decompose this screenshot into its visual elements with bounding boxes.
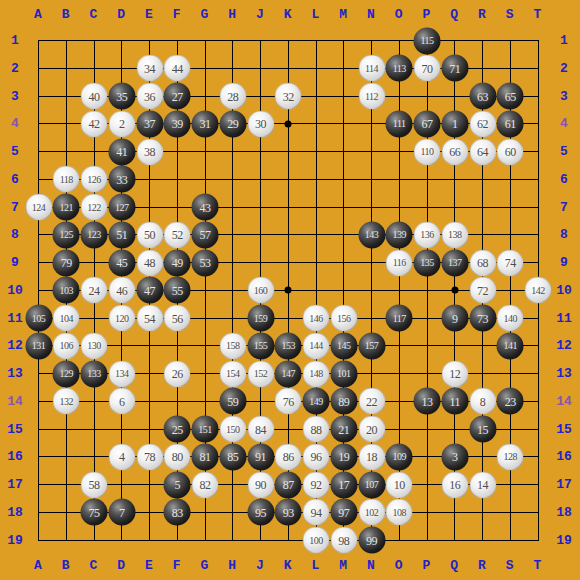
stone-white-12-Q13[interactable]: 12	[441, 360, 468, 387]
stone-black-11-Q14[interactable]: 11	[441, 388, 468, 415]
col-label-top-L: L	[312, 7, 320, 22]
stone-black-159-J11[interactable]: 159	[247, 305, 274, 332]
stone-move-number: 35	[116, 90, 127, 102]
stone-move-number: 140	[504, 313, 518, 323]
row-label-right-16: 16	[556, 449, 572, 464]
stone-move-number: 123	[87, 230, 101, 240]
stone-white-52-F8[interactable]: 52	[164, 221, 191, 248]
row-label-left-19: 19	[7, 532, 23, 547]
stone-black-133-C13[interactable]: 133	[81, 360, 108, 387]
stone-white-156-M11[interactable]: 156	[330, 305, 357, 332]
stone-black-123-C8[interactable]: 123	[81, 221, 108, 248]
stone-black-63-R3[interactable]: 63	[469, 83, 496, 110]
stone-black-65-S3[interactable]: 65	[497, 83, 524, 110]
stone-black-85-H16[interactable]: 85	[219, 443, 246, 470]
stone-move-number: 25	[172, 423, 183, 435]
stone-black-55-F10[interactable]: 55	[164, 277, 191, 304]
col-label-top-D: D	[117, 7, 125, 22]
stone-white-76-K14[interactable]: 76	[275, 388, 302, 415]
stone-black-41-D5[interactable]: 41	[108, 138, 135, 165]
col-label-top-J: J	[256, 7, 264, 22]
stone-black-101-M13[interactable]: 101	[330, 360, 357, 387]
stone-black-61-S4[interactable]: 61	[497, 110, 524, 137]
stone-black-115-P1[interactable]: 115	[414, 27, 441, 54]
stone-white-66-Q5[interactable]: 66	[441, 138, 468, 165]
stone-white-138-Q8[interactable]: 138	[441, 221, 468, 248]
stone-move-number: 53	[200, 257, 211, 269]
stone-black-137-Q9[interactable]: 137	[441, 249, 468, 276]
stone-move-number: 58	[89, 479, 100, 491]
stone-white-26-F13[interactable]: 26	[164, 360, 191, 387]
stone-black-83-F18[interactable]: 83	[164, 499, 191, 526]
stone-move-number: 89	[338, 395, 349, 407]
stone-move-number: 11	[449, 395, 460, 407]
stone-move-number: 83	[172, 506, 183, 518]
stone-black-43-G7[interactable]: 43	[192, 194, 219, 221]
stone-move-number: 159	[254, 313, 268, 323]
stone-black-97-M18[interactable]: 97	[330, 499, 357, 526]
stone-move-number: 105	[32, 313, 46, 323]
stone-move-number: 114	[365, 63, 378, 73]
stone-white-28-H3[interactable]: 28	[219, 83, 246, 110]
stone-move-number: 10	[394, 479, 405, 491]
stone-black-25-F15[interactable]: 25	[164, 416, 191, 443]
stone-white-50-E8[interactable]: 50	[136, 221, 163, 248]
stone-move-number: 75	[89, 506, 100, 518]
row-label-left-7: 7	[11, 199, 19, 214]
stone-black-37-E4[interactable]: 37	[136, 110, 163, 137]
stone-move-number: 108	[393, 507, 407, 517]
stone-black-157-N12[interactable]: 157	[358, 332, 385, 359]
stone-move-number: 8	[480, 395, 486, 407]
col-label-top-S: S	[506, 7, 514, 22]
stone-black-89-M14[interactable]: 89	[330, 388, 357, 415]
stone-move-number: 5	[175, 479, 181, 491]
stone-move-number: 134	[115, 369, 129, 379]
stone-white-132-B14[interactable]: 132	[53, 388, 80, 415]
stone-white-148-L13[interactable]: 148	[303, 360, 330, 387]
stone-black-57-G8[interactable]: 57	[192, 221, 219, 248]
stone-black-19-M16[interactable]: 19	[330, 443, 357, 470]
stone-move-number: 102	[365, 507, 379, 517]
stone-black-73-R11[interactable]: 73	[469, 305, 496, 332]
stone-move-number: 56	[172, 312, 183, 324]
stone-move-number: 27	[172, 90, 183, 102]
stone-move-number: 59	[227, 395, 238, 407]
row-label-right-2: 2	[560, 60, 568, 75]
stone-white-80-F16[interactable]: 80	[164, 443, 191, 470]
stone-move-number: 111	[393, 119, 406, 129]
stone-move-number: 16	[449, 479, 460, 491]
stone-black-75-C18[interactable]: 75	[81, 499, 108, 526]
stone-black-109-O16[interactable]: 109	[386, 443, 413, 470]
stone-black-33-D6[interactable]: 33	[108, 166, 135, 193]
stone-move-number: 55	[172, 284, 183, 296]
stone-white-62-R4[interactable]: 62	[469, 110, 496, 137]
stone-move-number: 125	[60, 230, 74, 240]
stone-black-27-F3[interactable]: 27	[164, 83, 191, 110]
stone-white-38-E5[interactable]: 38	[136, 138, 163, 165]
stone-black-59-H14[interactable]: 59	[219, 388, 246, 415]
stone-white-60-S5[interactable]: 60	[497, 138, 524, 165]
stone-black-9-Q11[interactable]: 9	[441, 305, 468, 332]
stone-move-number: 95	[255, 506, 266, 518]
row-label-right-6: 6	[560, 171, 568, 186]
row-label-left-18: 18	[7, 504, 23, 519]
go-board-diagram: ABCDEFGHJKLMNOPQRST ABCDEFGHJKLMNOPQRST …	[0, 0, 580, 580]
col-label-top-N: N	[367, 7, 375, 22]
stone-white-128-S16[interactable]: 128	[497, 443, 524, 470]
stone-move-number: 32	[283, 90, 294, 102]
stone-white-108-O18[interactable]: 108	[386, 499, 413, 526]
stone-move-number: 149	[309, 396, 323, 406]
stone-white-84-J15[interactable]: 84	[247, 416, 274, 443]
stone-move-number: 9	[452, 312, 458, 324]
stone-white-106-B12[interactable]: 106	[53, 332, 80, 359]
stone-white-44-F2[interactable]: 44	[164, 55, 191, 82]
stone-white-40-C3[interactable]: 40	[81, 83, 108, 110]
stone-white-58-C17[interactable]: 58	[81, 471, 108, 498]
stone-black-67-P4[interactable]: 67	[414, 110, 441, 137]
stone-white-140-S11[interactable]: 140	[497, 305, 524, 332]
row-label-right-13: 13	[556, 366, 572, 381]
stone-move-number: 43	[200, 201, 211, 213]
stone-move-number: 14	[477, 479, 488, 491]
stone-move-number: 57	[200, 229, 211, 241]
stone-move-number: 62	[477, 118, 488, 130]
stone-move-number: 65	[505, 90, 516, 102]
stone-black-111-O4[interactable]: 111	[386, 110, 413, 137]
stone-white-20-N15[interactable]: 20	[358, 416, 385, 443]
stone-black-145-M12[interactable]: 145	[330, 332, 357, 359]
stone-black-147-K13[interactable]: 147	[275, 360, 302, 387]
stone-move-number: 1	[452, 118, 458, 130]
col-label-bottom-P: P	[423, 558, 431, 573]
stone-move-number: 18	[366, 451, 377, 463]
row-label-left-5: 5	[11, 144, 19, 159]
stone-move-number: 146	[309, 313, 323, 323]
stone-move-number: 129	[60, 369, 74, 379]
stone-white-34-E2[interactable]: 34	[136, 55, 163, 82]
stone-black-87-K17[interactable]: 87	[275, 471, 302, 498]
col-label-bottom-F: F	[173, 558, 181, 573]
stone-black-151-G15[interactable]: 151	[192, 416, 219, 443]
row-label-left-10: 10	[7, 282, 23, 297]
stone-move-number: 50	[144, 229, 155, 241]
stone-move-number: 154	[226, 369, 240, 379]
row-label-left-3: 3	[11, 88, 19, 103]
stone-move-number: 93	[283, 506, 294, 518]
stone-white-30-J4[interactable]: 30	[247, 110, 274, 137]
row-label-right-18: 18	[556, 504, 572, 519]
stone-move-number: 49	[172, 257, 183, 269]
stone-black-71-Q2[interactable]: 71	[441, 55, 468, 82]
stone-black-153-K12[interactable]: 153	[275, 332, 302, 359]
stone-move-number: 142	[531, 285, 545, 295]
stone-white-54-E11[interactable]: 54	[136, 305, 163, 332]
stone-white-160-J10[interactable]: 160	[247, 277, 274, 304]
stone-move-number: 143	[365, 230, 379, 240]
stone-black-7-D18[interactable]: 7	[108, 499, 135, 526]
stone-black-51-D8[interactable]: 51	[108, 221, 135, 248]
stone-black-91-J16[interactable]: 91	[247, 443, 274, 470]
grid-hline-15	[38, 429, 539, 430]
stone-white-2-D4[interactable]: 2	[108, 110, 135, 137]
row-label-left-13: 13	[7, 366, 23, 381]
stone-white-72-R10[interactable]: 72	[469, 277, 496, 304]
stone-black-129-B13[interactable]: 129	[53, 360, 80, 387]
col-label-bottom-H: H	[228, 558, 236, 573]
stone-white-18-N16[interactable]: 18	[358, 443, 385, 470]
stone-move-number: 99	[366, 534, 377, 546]
stone-white-118-B6[interactable]: 118	[53, 166, 80, 193]
stone-white-122-C7[interactable]: 122	[81, 194, 108, 221]
stone-white-94-L18[interactable]: 94	[303, 499, 330, 526]
stone-move-number: 157	[365, 341, 379, 351]
stone-move-number: 40	[89, 90, 100, 102]
stone-move-number: 48	[144, 257, 155, 269]
stone-move-number: 104	[60, 313, 74, 323]
stone-move-number: 91	[255, 451, 266, 463]
row-label-left-9: 9	[11, 255, 19, 270]
stone-move-number: 150	[226, 424, 240, 434]
col-label-top-C: C	[90, 7, 98, 22]
stone-black-45-D9[interactable]: 45	[108, 249, 135, 276]
stone-white-64-R5[interactable]: 64	[469, 138, 496, 165]
stone-black-79-B9[interactable]: 79	[53, 249, 80, 276]
stone-move-number: 39	[172, 118, 183, 130]
stone-black-127-D7[interactable]: 127	[108, 194, 135, 221]
stone-move-number: 126	[87, 174, 101, 184]
stone-black-107-N17[interactable]: 107	[358, 471, 385, 498]
col-label-bottom-S: S	[506, 558, 514, 573]
stone-move-number: 17	[338, 479, 349, 491]
stone-white-152-J13[interactable]: 152	[247, 360, 274, 387]
stone-white-42-C4[interactable]: 42	[81, 110, 108, 137]
stone-move-number: 155	[254, 341, 268, 351]
stone-white-22-N14[interactable]: 22	[358, 388, 385, 415]
stone-black-49-F9[interactable]: 49	[164, 249, 191, 276]
stone-move-number: 54	[144, 312, 155, 324]
stone-move-number: 7	[119, 506, 125, 518]
stone-move-number: 44	[172, 62, 183, 74]
stone-black-13-P14[interactable]: 13	[414, 388, 441, 415]
stone-move-number: 78	[144, 451, 155, 463]
stone-move-number: 138	[448, 230, 462, 240]
stone-black-3-Q16[interactable]: 3	[441, 443, 468, 470]
row-label-right-9: 9	[560, 255, 568, 270]
stone-white-88-L15[interactable]: 88	[303, 416, 330, 443]
stone-white-32-K3[interactable]: 32	[275, 83, 302, 110]
row-label-left-16: 16	[7, 449, 23, 464]
stone-white-82-G17[interactable]: 82	[192, 471, 219, 498]
stone-move-number: 61	[505, 118, 516, 130]
row-label-left-2: 2	[11, 60, 19, 75]
stone-black-141-S12[interactable]: 141	[497, 332, 524, 359]
stone-white-130-C12[interactable]: 130	[81, 332, 108, 359]
stone-white-6-D14[interactable]: 6	[108, 388, 135, 415]
stone-black-143-N8[interactable]: 143	[358, 221, 385, 248]
stone-move-number: 76	[283, 395, 294, 407]
stone-black-15-R15[interactable]: 15	[469, 416, 496, 443]
stone-black-93-K18[interactable]: 93	[275, 499, 302, 526]
stone-move-number: 68	[477, 257, 488, 269]
stone-move-number: 41	[116, 146, 127, 158]
stone-move-number: 46	[116, 284, 127, 296]
stone-move-number: 38	[144, 146, 155, 158]
stone-black-1-Q4[interactable]: 1	[441, 110, 468, 137]
row-label-right-14: 14	[556, 393, 572, 408]
stone-white-96-L16[interactable]: 96	[303, 443, 330, 470]
stone-white-74-S9[interactable]: 74	[497, 249, 524, 276]
stone-move-number: 67	[422, 118, 433, 130]
stone-white-68-R9[interactable]: 68	[469, 249, 496, 276]
stone-move-number: 19	[338, 451, 349, 463]
col-label-top-P: P	[423, 7, 431, 22]
stone-black-139-O8[interactable]: 139	[386, 221, 413, 248]
row-label-left-8: 8	[11, 227, 19, 242]
stone-black-5-F17[interactable]: 5	[164, 471, 191, 498]
stone-black-35-D3[interactable]: 35	[108, 83, 135, 110]
stone-black-125-B8[interactable]: 125	[53, 221, 80, 248]
stone-white-102-N18[interactable]: 102	[358, 499, 385, 526]
stone-black-17-M17[interactable]: 17	[330, 471, 357, 498]
stone-move-number: 101	[337, 369, 351, 379]
stone-black-23-S14[interactable]: 23	[497, 388, 524, 415]
stone-move-number: 3	[452, 451, 458, 463]
stone-move-number: 135	[420, 258, 434, 268]
stone-move-number: 22	[366, 395, 377, 407]
stone-white-92-L17[interactable]: 92	[303, 471, 330, 498]
col-label-top-R: R	[478, 7, 486, 22]
stone-move-number: 113	[393, 63, 406, 73]
stone-white-8-R14[interactable]: 8	[469, 388, 496, 415]
col-label-bottom-J: J	[256, 558, 264, 573]
stone-black-81-G16[interactable]: 81	[192, 443, 219, 470]
stone-white-144-L12[interactable]: 144	[303, 332, 330, 359]
stone-white-124-A7[interactable]: 124	[25, 194, 52, 221]
col-label-bottom-M: M	[339, 558, 347, 573]
stone-white-36-E3[interactable]: 36	[136, 83, 163, 110]
stone-black-31-G4[interactable]: 31	[192, 110, 219, 137]
stone-move-number: 37	[144, 118, 155, 130]
row-label-left-6: 6	[11, 171, 19, 186]
stone-white-78-E16[interactable]: 78	[136, 443, 163, 470]
stone-move-number: 96	[311, 451, 322, 463]
stone-white-146-L11[interactable]: 146	[303, 305, 330, 332]
stone-black-103-B10[interactable]: 103	[53, 277, 80, 304]
stone-white-150-H15[interactable]: 150	[219, 416, 246, 443]
stone-black-117-O11[interactable]: 117	[386, 305, 413, 332]
stone-white-98-M19[interactable]: 98	[330, 527, 357, 554]
stone-white-24-C10[interactable]: 24	[81, 277, 108, 304]
stone-black-95-J18[interactable]: 95	[247, 499, 274, 526]
stone-move-number: 34	[144, 62, 155, 74]
stone-move-number: 115	[420, 36, 433, 46]
stone-move-number: 88	[311, 423, 322, 435]
stone-black-99-N19[interactable]: 99	[358, 527, 385, 554]
stone-black-149-L14[interactable]: 149	[303, 388, 330, 415]
stone-white-120-D11[interactable]: 120	[108, 305, 135, 332]
stone-move-number: 82	[200, 479, 211, 491]
stone-move-number: 160	[254, 285, 268, 295]
stone-white-114-N2[interactable]: 114	[358, 55, 385, 82]
stone-black-113-O2[interactable]: 113	[386, 55, 413, 82]
stone-move-number: 30	[255, 118, 266, 130]
stone-black-121-B7[interactable]: 121	[53, 194, 80, 221]
stone-white-56-F11[interactable]: 56	[164, 305, 191, 332]
stone-white-158-H12[interactable]: 158	[219, 332, 246, 359]
stone-move-number: 72	[477, 284, 488, 296]
stone-move-number: 90	[255, 479, 266, 491]
star-point-Q10	[451, 287, 458, 294]
stone-move-number: 42	[89, 118, 100, 130]
stone-white-136-P8[interactable]: 136	[414, 221, 441, 248]
stone-move-number: 45	[116, 257, 127, 269]
stone-move-number: 52	[172, 229, 183, 241]
stone-black-53-G9[interactable]: 53	[192, 249, 219, 276]
stone-move-number: 24	[89, 284, 100, 296]
stone-move-number: 66	[449, 146, 460, 158]
stone-white-100-L19[interactable]: 100	[303, 527, 330, 554]
stone-move-number: 84	[255, 423, 266, 435]
stone-move-number: 117	[393, 313, 406, 323]
stone-white-134-D13[interactable]: 134	[108, 360, 135, 387]
stone-black-21-M15[interactable]: 21	[330, 416, 357, 443]
stone-move-number: 116	[393, 258, 406, 268]
col-label-bottom-B: B	[62, 558, 70, 573]
stone-white-16-Q17[interactable]: 16	[441, 471, 468, 498]
stone-white-116-O9[interactable]: 116	[386, 249, 413, 276]
stone-white-86-K16[interactable]: 86	[275, 443, 302, 470]
stone-white-110-P5[interactable]: 110	[414, 138, 441, 165]
row-label-right-7: 7	[560, 199, 568, 214]
stone-white-142-T10[interactable]: 142	[525, 277, 552, 304]
stone-move-number: 13	[422, 395, 433, 407]
stone-white-14-R17[interactable]: 14	[469, 471, 496, 498]
stone-white-126-C6[interactable]: 126	[81, 166, 108, 193]
stone-black-47-E10[interactable]: 47	[136, 277, 163, 304]
stone-white-10-O17[interactable]: 10	[386, 471, 413, 498]
row-label-left-15: 15	[7, 421, 23, 436]
stone-white-46-D10[interactable]: 46	[108, 277, 135, 304]
stone-black-29-H4[interactable]: 29	[219, 110, 246, 137]
stone-move-number: 21	[338, 423, 349, 435]
stone-white-90-J17[interactable]: 90	[247, 471, 274, 498]
stone-white-112-N3[interactable]: 112	[358, 83, 385, 110]
stone-move-number: 106	[60, 341, 74, 351]
stone-white-4-D16[interactable]: 4	[108, 443, 135, 470]
col-label-top-Q: Q	[450, 7, 458, 22]
stone-move-number: 107	[365, 480, 379, 490]
col-label-top-K: K	[284, 7, 292, 22]
stone-white-104-B11[interactable]: 104	[53, 305, 80, 332]
col-label-top-M: M	[339, 7, 347, 22]
stone-white-154-H13[interactable]: 154	[219, 360, 246, 387]
stone-move-number: 145	[337, 341, 351, 351]
stone-black-155-J12[interactable]: 155	[247, 332, 274, 359]
row-label-left-4: 4	[11, 116, 19, 131]
stone-black-131-A12[interactable]: 131	[25, 332, 52, 359]
col-label-top-O: O	[395, 7, 403, 22]
stone-white-48-E9[interactable]: 48	[136, 249, 163, 276]
stone-black-135-P9[interactable]: 135	[414, 249, 441, 276]
stone-black-39-F4[interactable]: 39	[164, 110, 191, 137]
stone-white-70-P2[interactable]: 70	[414, 55, 441, 82]
row-label-right-17: 17	[556, 477, 572, 492]
stone-black-105-A11[interactable]: 105	[25, 305, 52, 332]
stone-move-number: 71	[449, 62, 460, 74]
